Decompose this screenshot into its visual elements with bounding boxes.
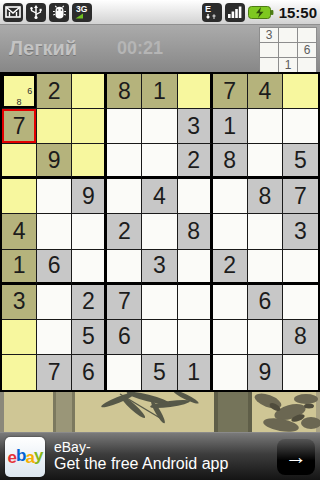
- cell-r5c4[interactable]: 2: [107, 214, 142, 249]
- ad-text: eBay- Get the free Android app: [54, 440, 228, 474]
- cell-r9c5[interactable]: 5: [142, 355, 177, 390]
- cell-r5c2[interactable]: [37, 214, 72, 249]
- cell-r8c4[interactable]: 6: [107, 320, 142, 355]
- signal-strength-icon: [225, 3, 245, 22]
- clock-time: 15:50: [279, 4, 317, 21]
- cell-r2c6[interactable]: 3: [178, 109, 213, 144]
- cell-r3c7[interactable]: 8: [213, 144, 248, 179]
- cell-r7c2[interactable]: [37, 285, 72, 320]
- cell-r7c5[interactable]: [142, 285, 177, 320]
- cell-r3c3[interactable]: [72, 144, 107, 179]
- bamboo-painting: [0, 392, 320, 432]
- cell-r3c9[interactable]: 5: [283, 144, 318, 179]
- mini-cell-r3c3: [298, 58, 316, 72]
- ad-title: eBay-: [54, 440, 228, 456]
- cell-r4c1[interactable]: [2, 179, 37, 214]
- cell-r8c9[interactable]: 8: [283, 320, 318, 355]
- cell-r8c2[interactable]: [37, 320, 72, 355]
- cell-r6c7[interactable]: 2: [213, 250, 248, 285]
- cell-r2c9[interactable]: [283, 109, 318, 144]
- cell-r3c2[interactable]: 9: [37, 144, 72, 179]
- cell-r5c9[interactable]: 3: [283, 214, 318, 249]
- cell-r3c5[interactable]: [142, 144, 177, 179]
- note-digit: [14, 86, 25, 97]
- cell-r6c8[interactable]: [248, 250, 283, 285]
- mini-cell-r3c2: 1: [279, 58, 297, 72]
- sudoku-board: 68281747319285948742831632327656876519: [0, 72, 320, 392]
- note-digit: [14, 75, 25, 86]
- cell-r3c1[interactable]: [2, 144, 37, 179]
- cell-r7c8[interactable]: 6: [248, 285, 283, 320]
- pencil-notes: 68: [3, 75, 35, 107]
- cell-r1c5[interactable]: 1: [142, 74, 177, 109]
- cell-r2c4[interactable]: [107, 109, 142, 144]
- header-mini-grid: 361: [259, 27, 317, 72]
- cell-r2c1[interactable]: 7: [2, 109, 37, 144]
- cell-r2c3[interactable]: [72, 109, 107, 144]
- ebay-logo-letter: a: [25, 448, 33, 468]
- ad-banner[interactable]: ebay eBay- Get the free Android app →: [0, 432, 320, 480]
- cell-r4c2[interactable]: [37, 179, 72, 214]
- note-digit: [3, 75, 14, 86]
- cell-r2c5[interactable]: [142, 109, 177, 144]
- cell-r6c9[interactable]: [283, 250, 318, 285]
- cell-r1c1[interactable]: 68: [2, 74, 37, 109]
- cell-r2c7[interactable]: 1: [213, 109, 248, 144]
- game-header: Легкий 00:21 361: [0, 25, 320, 72]
- ad-arrow-button[interactable]: →: [277, 439, 315, 475]
- cell-r5c5[interactable]: [142, 214, 177, 249]
- phone-screen: 3G E: [0, 0, 320, 480]
- status-bar-right: E 15:50: [202, 3, 317, 22]
- cell-r5c7[interactable]: [213, 214, 248, 249]
- mini-cell-r2c3: 6: [298, 43, 316, 57]
- cell-r8c1[interactable]: [2, 320, 37, 355]
- note-digit: [3, 96, 14, 107]
- cell-r9c8[interactable]: 9: [248, 355, 283, 390]
- usb-icon: [26, 3, 46, 22]
- cell-r7c3[interactable]: 2: [72, 285, 107, 320]
- edge-data-traffic-icon: E: [202, 3, 222, 22]
- ebay-logo-letter: y: [34, 446, 42, 466]
- cell-r4c3[interactable]: 9: [72, 179, 107, 214]
- cell-r9c4[interactable]: [107, 355, 142, 390]
- cell-r4c9[interactable]: 7: [283, 179, 318, 214]
- cell-r9c2[interactable]: 7: [37, 355, 72, 390]
- cell-r7c1[interactable]: 3: [2, 285, 37, 320]
- ebay-logo-letter: b: [16, 446, 25, 466]
- difficulty-label: Легкий: [9, 37, 77, 60]
- cell-r1c8[interactable]: 4: [248, 74, 283, 109]
- cell-r9c6[interactable]: 1: [178, 355, 213, 390]
- note-digit: [3, 86, 14, 97]
- cell-r4c5[interactable]: 4: [142, 179, 177, 214]
- cell-r5c6[interactable]: 8: [178, 214, 213, 249]
- mini-cell-r1c1: 3: [260, 28, 278, 42]
- cell-r7c9[interactable]: [283, 285, 318, 320]
- cell-r1c3[interactable]: [72, 74, 107, 109]
- cell-r1c6[interactable]: [178, 74, 213, 109]
- cell-r5c8[interactable]: [248, 214, 283, 249]
- cell-r8c5[interactable]: [142, 320, 177, 355]
- status-bar-left: 3G: [3, 3, 92, 22]
- cell-r2c2[interactable]: [37, 109, 72, 144]
- cell-r6c2[interactable]: 6: [37, 250, 72, 285]
- ebay-logo-letter: e: [8, 448, 16, 468]
- svg-text:3G: 3G: [76, 4, 88, 14]
- cell-r9c9[interactable]: [283, 355, 318, 390]
- cell-r7c7[interactable]: [213, 285, 248, 320]
- cell-r3c6[interactable]: 2: [178, 144, 213, 179]
- cell-r5c3[interactable]: [72, 214, 107, 249]
- cell-r3c8[interactable]: [248, 144, 283, 179]
- cell-r1c2[interactable]: 2: [37, 74, 72, 109]
- cell-r6c1[interactable]: 1: [2, 250, 37, 285]
- cell-r1c4[interactable]: 8: [107, 74, 142, 109]
- cell-r6c4[interactable]: [107, 250, 142, 285]
- status-bar: 3G E: [0, 0, 320, 25]
- note-digit: [24, 96, 35, 107]
- cell-r7c4[interactable]: 7: [107, 285, 142, 320]
- cell-r9c3[interactable]: 6: [72, 355, 107, 390]
- cell-r1c7[interactable]: 7: [213, 74, 248, 109]
- cell-r9c1[interactable]: [2, 355, 37, 390]
- adb-bug-icon: [49, 3, 69, 22]
- note-digit: [24, 75, 35, 86]
- game-timer: 00:21: [117, 38, 163, 59]
- cell-r4c8[interactable]: 8: [248, 179, 283, 214]
- gmail-icon: [3, 3, 23, 22]
- battery-charging-icon: [248, 3, 274, 22]
- cell-r7c6[interactable]: [178, 285, 213, 320]
- cell-r8c8[interactable]: [248, 320, 283, 355]
- cell-r4c6[interactable]: [178, 179, 213, 214]
- threeg-icon: 3G: [72, 3, 92, 22]
- cell-r6c5[interactable]: 3: [142, 250, 177, 285]
- cell-r8c7[interactable]: [213, 320, 248, 355]
- cell-r6c3[interactable]: [72, 250, 107, 285]
- mini-cell-r2c2: [279, 43, 297, 57]
- cell-r8c3[interactable]: 5: [72, 320, 107, 355]
- background-art: [0, 392, 320, 432]
- ebay-logo: ebay: [5, 437, 45, 477]
- cell-r3c4[interactable]: [107, 144, 142, 179]
- mini-cell-r1c3: [298, 28, 316, 42]
- cell-r4c4[interactable]: [107, 179, 142, 214]
- cell-r2c8[interactable]: [248, 109, 283, 144]
- note-digit: 6: [24, 86, 35, 97]
- svg-text:E: E: [205, 4, 211, 14]
- cell-r9c7[interactable]: [213, 355, 248, 390]
- mini-cell-r2c1: [260, 43, 278, 57]
- mini-cell-r1c2: [279, 28, 297, 42]
- cell-r1c9[interactable]: [283, 74, 318, 109]
- cell-r4c7[interactable]: [213, 179, 248, 214]
- note-digit: 8: [14, 96, 25, 107]
- cell-r6c6[interactable]: [178, 250, 213, 285]
- cell-r5c1[interactable]: 4: [2, 214, 37, 249]
- mini-cell-r3c1: [260, 58, 278, 72]
- cell-r8c6[interactable]: [178, 320, 213, 355]
- ad-subtitle: Get the free Android app: [54, 455, 228, 473]
- arrow-right-icon: →: [285, 444, 307, 470]
